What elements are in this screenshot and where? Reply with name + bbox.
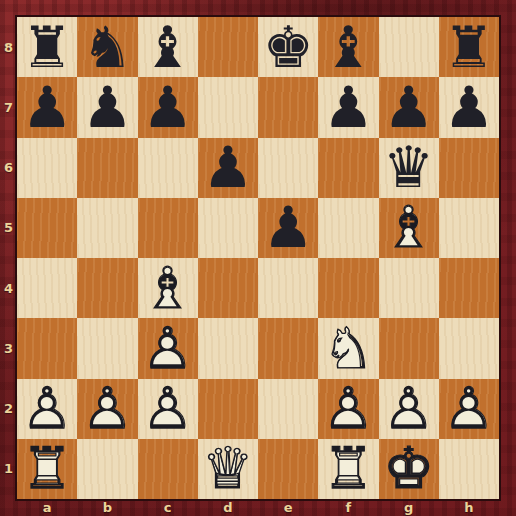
white-rook-f1[interactable]: ♜♖ bbox=[318, 439, 378, 499]
white-bishop-c4[interactable]: ♝♗ bbox=[138, 258, 198, 318]
white-pawn-c3[interactable]: ♟♙ bbox=[138, 318, 198, 378]
square-a4[interactable] bbox=[17, 258, 77, 318]
square-h2[interactable]: ♟♙ bbox=[439, 379, 499, 439]
square-f1[interactable]: ♜♖ bbox=[318, 439, 378, 499]
square-f3[interactable]: ♞♘ bbox=[318, 318, 378, 378]
black-rook-icon: ♜ bbox=[439, 17, 499, 77]
square-e6[interactable] bbox=[258, 138, 318, 198]
rank-label-2: 2 bbox=[0, 379, 17, 439]
square-b5[interactable] bbox=[77, 198, 137, 258]
square-h8[interactable]: ♜ bbox=[439, 17, 499, 77]
white-queen-d1[interactable]: ♛♕ bbox=[198, 439, 258, 499]
black-pawn-a7[interactable]: ♟ bbox=[17, 77, 77, 137]
black-bishop-c8[interactable]: ♝ bbox=[138, 17, 198, 77]
square-f6[interactable] bbox=[318, 138, 378, 198]
file-label-d: d bbox=[198, 499, 258, 516]
square-d8[interactable] bbox=[198, 17, 258, 77]
square-h3[interactable] bbox=[439, 318, 499, 378]
square-c8[interactable]: ♝ bbox=[138, 17, 198, 77]
white-knight-outline-icon: ♘ bbox=[318, 318, 378, 378]
white-rook-a1[interactable]: ♜♖ bbox=[17, 439, 77, 499]
square-e2[interactable] bbox=[258, 379, 318, 439]
black-pawn-g7[interactable]: ♟ bbox=[379, 77, 439, 137]
rank-label-7: 7 bbox=[0, 77, 17, 137]
white-queen-outline-icon: ♕ bbox=[198, 439, 258, 499]
square-c3[interactable]: ♟♙ bbox=[138, 318, 198, 378]
black-pawn-icon: ♟ bbox=[379, 77, 439, 137]
black-pawn-h7[interactable]: ♟ bbox=[439, 77, 499, 137]
square-e4[interactable] bbox=[258, 258, 318, 318]
square-f5[interactable] bbox=[318, 198, 378, 258]
square-b1[interactable] bbox=[77, 439, 137, 499]
white-king-outline-icon: ♔ bbox=[379, 439, 439, 499]
square-f8[interactable]: ♝ bbox=[318, 17, 378, 77]
black-pawn-icon: ♟ bbox=[77, 77, 137, 137]
black-pawn-e5[interactable]: ♟ bbox=[258, 198, 318, 258]
square-e7[interactable] bbox=[258, 77, 318, 137]
white-pawn-h2[interactable]: ♟♙ bbox=[439, 379, 499, 439]
file-label-e: e bbox=[258, 499, 318, 516]
square-g5[interactable]: ♝♗ bbox=[379, 198, 439, 258]
white-knight-f3[interactable]: ♞♘ bbox=[318, 318, 378, 378]
square-b4[interactable] bbox=[77, 258, 137, 318]
file-label-b: b bbox=[77, 499, 137, 516]
white-pawn-outline-icon: ♙ bbox=[17, 379, 77, 439]
square-d1[interactable]: ♛♕ bbox=[198, 439, 258, 499]
square-e1[interactable] bbox=[258, 439, 318, 499]
file-label-f: f bbox=[318, 499, 378, 516]
square-h4[interactable] bbox=[439, 258, 499, 318]
square-h6[interactable] bbox=[439, 138, 499, 198]
white-pawn-outline-icon: ♙ bbox=[318, 379, 378, 439]
rank-label-6: 6 bbox=[0, 138, 17, 198]
file-label-c: c bbox=[138, 499, 198, 516]
square-a7[interactable]: ♟ bbox=[17, 77, 77, 137]
square-c2[interactable]: ♟♙ bbox=[138, 379, 198, 439]
square-g8[interactable] bbox=[379, 17, 439, 77]
black-rook-icon: ♜ bbox=[17, 17, 77, 77]
square-a3[interactable] bbox=[17, 318, 77, 378]
black-pawn-c7[interactable]: ♟ bbox=[138, 77, 198, 137]
square-d5[interactable] bbox=[198, 198, 258, 258]
black-knight-b8[interactable]: ♞ bbox=[77, 17, 137, 77]
rank-label-5: 5 bbox=[0, 198, 17, 258]
white-pawn-outline-icon: ♙ bbox=[379, 379, 439, 439]
square-d7[interactable] bbox=[198, 77, 258, 137]
square-a2[interactable]: ♟♙ bbox=[17, 379, 77, 439]
black-queen-g6[interactable]: ♛ bbox=[379, 138, 439, 198]
black-pawn-icon: ♟ bbox=[318, 77, 378, 137]
chess-board[interactable]: ♜♞♝♚♝♜♟♟♟♟♟♟♟♛♟♝♗♝♗♟♙♞♘♟♙♟♙♟♙♟♙♟♙♟♙♜♖♛♕♜… bbox=[17, 17, 499, 499]
white-pawn-b2[interactable]: ♟♙ bbox=[77, 379, 137, 439]
rank-label-4: 4 bbox=[0, 258, 17, 318]
white-pawn-g2[interactable]: ♟♙ bbox=[379, 379, 439, 439]
rank-label-8: 8 bbox=[0, 17, 17, 77]
black-queen-icon: ♛ bbox=[379, 138, 439, 198]
white-king-g1[interactable]: ♚♔ bbox=[379, 439, 439, 499]
rank-labels: 87654321 bbox=[0, 17, 17, 499]
square-h7[interactable]: ♟ bbox=[439, 77, 499, 137]
square-e5[interactable]: ♟ bbox=[258, 198, 318, 258]
black-pawn-icon: ♟ bbox=[258, 198, 318, 258]
black-pawn-icon: ♟ bbox=[439, 77, 499, 137]
white-pawn-outline-icon: ♙ bbox=[138, 379, 198, 439]
black-king-e8[interactable]: ♚ bbox=[258, 17, 318, 77]
white-rook-outline-icon: ♖ bbox=[17, 439, 77, 499]
square-d4[interactable] bbox=[198, 258, 258, 318]
file-labels: abcdefgh bbox=[17, 499, 499, 516]
black-rook-h8[interactable]: ♜ bbox=[439, 17, 499, 77]
square-h5[interactable] bbox=[439, 198, 499, 258]
square-g1[interactable]: ♚♔ bbox=[379, 439, 439, 499]
chess-board-frame: 87654321 abcdefgh ♜♞♝♚♝♜♟♟♟♟♟♟♟♛♟♝♗♝♗♟♙♞… bbox=[0, 0, 516, 516]
file-label-g: g bbox=[379, 499, 439, 516]
square-d2[interactable] bbox=[198, 379, 258, 439]
square-f2[interactable]: ♟♙ bbox=[318, 379, 378, 439]
black-bishop-icon: ♝ bbox=[138, 17, 198, 77]
square-g7[interactable]: ♟ bbox=[379, 77, 439, 137]
black-pawn-b7[interactable]: ♟ bbox=[77, 77, 137, 137]
white-pawn-a2[interactable]: ♟♙ bbox=[17, 379, 77, 439]
file-label-h: h bbox=[439, 499, 499, 516]
white-pawn-c2[interactable]: ♟♙ bbox=[138, 379, 198, 439]
black-king-icon: ♚ bbox=[258, 17, 318, 77]
square-b7[interactable]: ♟ bbox=[77, 77, 137, 137]
square-b8[interactable]: ♞ bbox=[77, 17, 137, 77]
white-pawn-f2[interactable]: ♟♙ bbox=[318, 379, 378, 439]
square-f4[interactable] bbox=[318, 258, 378, 318]
square-a1[interactable]: ♜♖ bbox=[17, 439, 77, 499]
black-bishop-f8[interactable]: ♝ bbox=[318, 17, 378, 77]
file-label-a: a bbox=[17, 499, 77, 516]
square-b6[interactable] bbox=[77, 138, 137, 198]
square-c5[interactable] bbox=[138, 198, 198, 258]
square-c6[interactable] bbox=[138, 138, 198, 198]
square-g6[interactable]: ♛ bbox=[379, 138, 439, 198]
square-g2[interactable]: ♟♙ bbox=[379, 379, 439, 439]
square-c1[interactable] bbox=[138, 439, 198, 499]
white-bishop-outline-icon: ♗ bbox=[138, 258, 198, 318]
square-a6[interactable] bbox=[17, 138, 77, 198]
square-g4[interactable] bbox=[379, 258, 439, 318]
black-knight-icon: ♞ bbox=[77, 17, 137, 77]
black-pawn-d6[interactable]: ♟ bbox=[198, 138, 258, 198]
black-bishop-icon: ♝ bbox=[318, 17, 378, 77]
square-d3[interactable] bbox=[198, 318, 258, 378]
square-h1[interactable] bbox=[439, 439, 499, 499]
white-bishop-outline-icon: ♗ bbox=[379, 198, 439, 258]
square-c7[interactable]: ♟ bbox=[138, 77, 198, 137]
rank-label-3: 3 bbox=[0, 318, 17, 378]
square-a5[interactable] bbox=[17, 198, 77, 258]
white-pawn-outline-icon: ♙ bbox=[138, 318, 198, 378]
white-bishop-g5[interactable]: ♝♗ bbox=[379, 198, 439, 258]
white-rook-outline-icon: ♖ bbox=[318, 439, 378, 499]
square-f7[interactable]: ♟ bbox=[318, 77, 378, 137]
square-e8[interactable]: ♚ bbox=[258, 17, 318, 77]
white-pawn-outline-icon: ♙ bbox=[77, 379, 137, 439]
black-pawn-icon: ♟ bbox=[17, 77, 77, 137]
black-rook-a8[interactable]: ♜ bbox=[17, 17, 77, 77]
square-d6[interactable]: ♟ bbox=[198, 138, 258, 198]
square-b3[interactable] bbox=[77, 318, 137, 378]
square-b2[interactable]: ♟♙ bbox=[77, 379, 137, 439]
square-e3[interactable] bbox=[258, 318, 318, 378]
black-pawn-f7[interactable]: ♟ bbox=[318, 77, 378, 137]
white-pawn-outline-icon: ♙ bbox=[439, 379, 499, 439]
rank-label-1: 1 bbox=[0, 439, 17, 499]
black-pawn-icon: ♟ bbox=[198, 138, 258, 198]
black-pawn-icon: ♟ bbox=[138, 77, 198, 137]
square-a8[interactable]: ♜ bbox=[17, 17, 77, 77]
square-g3[interactable] bbox=[379, 318, 439, 378]
square-c4[interactable]: ♝♗ bbox=[138, 258, 198, 318]
